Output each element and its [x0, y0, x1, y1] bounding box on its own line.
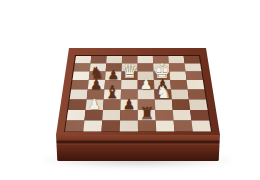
brown-pawn-b5: ♟: [90, 77, 103, 91]
chess-set-product-photo: ♞♟♛♚♟♟♟♝♞♟♟♜: [0, 0, 260, 180]
wooden-box-side: [56, 134, 220, 161]
brown-pawn-c6: ♟: [107, 68, 119, 81]
brown-rook-e2: ♜: [139, 105, 154, 122]
brown-pawn-d3: ♟: [123, 97, 136, 111]
white-pawn-e5: ♟: [140, 77, 153, 91]
white-pawn-b3: ♟: [88, 97, 101, 111]
white-knight-f4: ♞: [156, 84, 171, 101]
brown-bishop-c4: ♝: [104, 83, 120, 101]
white-queen-d6: ♛: [121, 62, 138, 81]
